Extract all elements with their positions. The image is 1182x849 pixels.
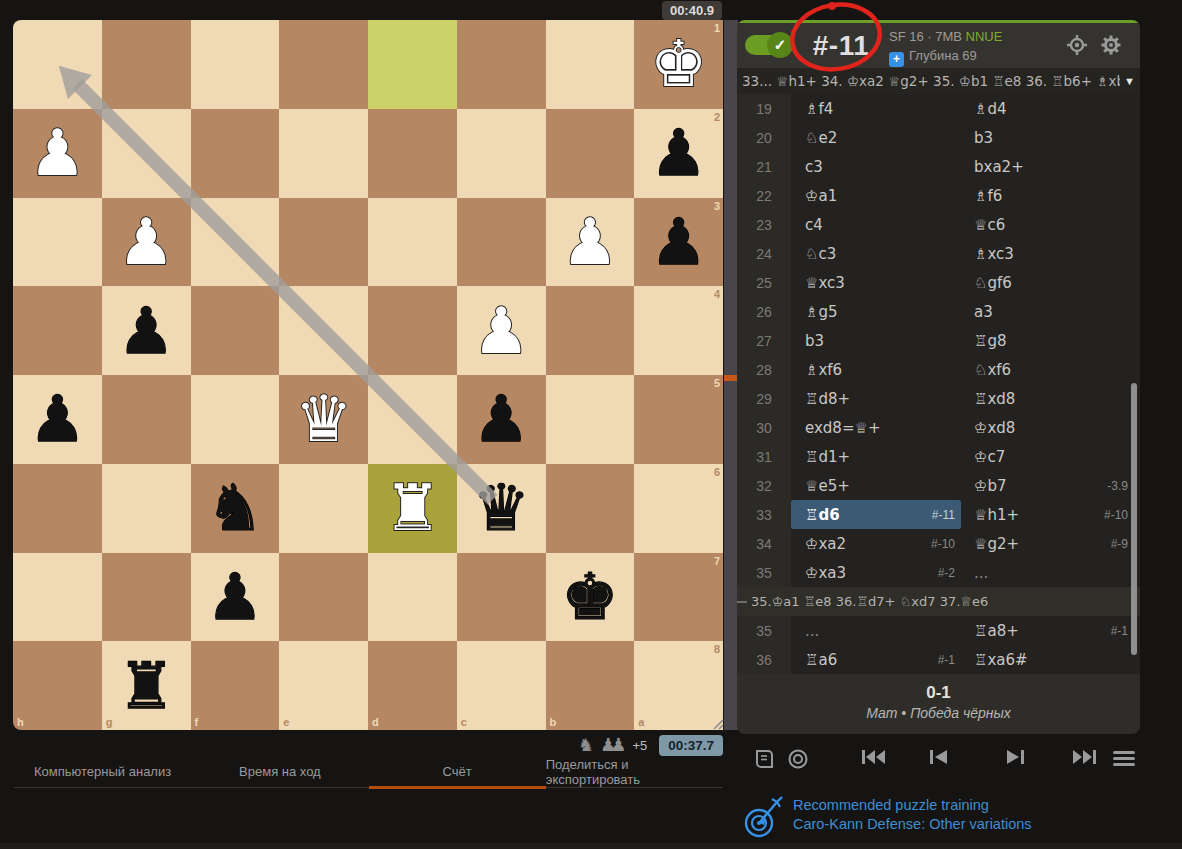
move-san: ♗xc3 [974,245,1014,263]
move-san: ♔xa3 [805,564,846,582]
square-d4[interactable] [368,286,457,375]
move-number: 26 [737,297,791,326]
black-pawn-a2: ♟ [650,109,707,197]
move-eval: #-10 [931,537,961,551]
move-san: ♕h1+ [974,506,1019,524]
square-e8[interactable]: e [279,641,368,730]
square-c2[interactable] [457,109,546,198]
white-king-a1: ♚ [650,20,707,108]
coord-rank-6: 6 [714,466,720,478]
white-rook-d6: ♜ [384,464,441,552]
clock-black: 00:37.7 [659,735,723,756]
move-row-23: 23c4♕c6 [737,210,1140,239]
move-number: 34 [737,529,791,558]
engine-nnue-label: NNUE [966,29,1003,44]
move-san: ♔xd8 [974,419,1015,437]
move-row-21: 21c3bxa2+ [737,152,1140,181]
move-cell-32-b[interactable]: ♔b7-3.9 [961,471,1140,500]
move-number: 30 [737,413,791,442]
tab-4[interactable]: Поделиться и экспортировать [546,757,723,789]
coord-file-h: h [17,716,24,728]
square-g6[interactable] [102,464,191,553]
engine-info: SF 16 · 7MB NNUE +Глубина 69 [889,27,1002,67]
move-san: ♖xd8 [974,390,1015,408]
move-cell-23-w[interactable]: c4 [791,210,961,239]
move-row-29: 29♖d8+♖xd8 [737,384,1140,413]
square-h1[interactable] [13,20,102,109]
square-a2[interactable]: 2♟ [634,109,723,198]
focus-icon[interactable] [1066,34,1088,56]
move-cell-24-b[interactable]: ♗xc3 [961,239,1140,268]
engine-box: ✓ #-11 SF 16 · 7MB NNUE +Глубина 69 [737,20,1140,94]
move-cell-23-b[interactable]: ♕c6 [961,210,1140,239]
coord-rank-1: 1 [714,22,720,34]
move-row-33: 33♖d6#-11♕h1+#-10 [737,500,1140,529]
last-move-icon[interactable] [1071,748,1097,766]
principal-variation[interactable]: 33... ♕h1+ 34. ♔xa2 ♕g2+ 35. ♔b1 ♖e8 36.… [737,73,1120,89]
chess-board[interactable]: 1♚♟2♟♟♟3♟♟♟4♟♛♟5♞♜♛6♟♚7hg♜fedcba8 [13,20,723,730]
move-cell-28-w[interactable]: ♗xf6 [791,355,961,384]
square-f6[interactable]: ♞ [191,464,280,553]
tab-2[interactable]: Время на ход [191,757,368,789]
move-cell-19-w[interactable]: ♗f4 [791,94,961,123]
white-pawn-b3: ♟ [561,198,618,286]
menu-icon[interactable] [1112,748,1136,768]
square-e2[interactable] [279,109,368,198]
move-list: 19♗f4♗d420♘e2b321c3bxa2+22♔a1♗f623c4♕c62… [737,94,1140,674]
move-cell-30-w[interactable]: exd8=♕+ [791,413,961,442]
variation-connector [737,601,747,603]
move-eval: #-2 [938,566,961,580]
move-cell-25-b[interactable]: ♘gf6 [961,268,1140,297]
move-san: ... [974,564,988,582]
result-box: 0-1 Мат • Победа чёрных [737,674,1140,734]
move-number: 27 [737,326,791,355]
move-eval: #-11 [932,508,961,522]
square-b6[interactable] [546,464,635,553]
move-cell-35-w[interactable]: ♔xa3#-2 [791,558,961,587]
coord-rank-5: 5 [714,377,720,389]
square-g4[interactable]: ♟ [102,286,191,375]
engine-toggle[interactable]: ✓ [745,35,789,55]
square-f8[interactable]: f [191,641,280,730]
square-d3[interactable] [368,198,457,287]
square-d5[interactable] [368,375,457,464]
square-b4[interactable] [546,286,635,375]
bottom-strip [0,843,1182,849]
move-row-32: 32♕e5+♔b7-3.9 [737,471,1140,500]
move-row-30: 30exd8=♕+♔xd8 [737,413,1140,442]
coord-file-g: g [106,716,113,728]
move-cell-35-b[interactable]: ♖a8+#-1 [961,616,1140,645]
previous-move-icon[interactable] [929,748,949,766]
move-row-24: 24♘c3♗xc3 [737,239,1140,268]
move-number: 32 [737,471,791,500]
square-a5[interactable]: 5 [634,375,723,464]
move-number: 31 [737,442,791,471]
puzzle-recommendation: Recommended puzzle training Caro-Kann De… [737,792,1140,848]
eval-gauge [724,20,738,730]
square-g2[interactable] [102,109,191,198]
coord-file-e: e [283,716,289,728]
move-san: ♕e5+ [805,477,850,495]
square-b8[interactable]: b [546,641,635,730]
square-h3[interactable] [13,198,102,287]
move-cell-26-w[interactable]: ♗g5 [791,297,961,326]
move-cell-22-b[interactable]: ♗f6 [961,181,1140,210]
move-san: ♔a1 [805,187,837,205]
move-row-25: 25♕xc3♘gf6 [737,268,1140,297]
square-f2[interactable] [191,109,280,198]
move-cell-33-b[interactable]: ♕h1+#-10 [961,500,1140,529]
move-san: ♖d8+ [805,390,850,408]
move-row-34: 34♔xa2#-10♕g2+#-9 [737,529,1140,558]
square-g8[interactable]: g♜ [102,641,191,730]
puzzle-opening-link[interactable]: Caro-Kann Defense: Other variations [793,815,1032,834]
material-and-clock-row: ♞ ♟♟ +5 00:37.7 [0,732,723,758]
move-row-20: 20♘e2b3 [737,123,1140,152]
square-h6[interactable] [13,464,102,553]
analysis-page: 1♚♟2♟♟♟3♟♟♟4♟♛♟5♞♜♛6♟♚7hg♜fedcba8 00:40.… [0,0,1182,849]
black-knight-f6: ♞ [206,464,263,552]
move-san: ♖d1+ [805,448,850,466]
move-san: ♖g8 [974,332,1007,350]
coord-rank-4: 4 [714,288,720,300]
collapse-pv-icon[interactable]: ▼ [1124,75,1135,87]
black-king-b7: ♚ [561,553,618,641]
square-e3[interactable] [279,198,368,287]
opening-book-icon[interactable] [753,748,777,770]
square-c4[interactable]: ♟ [457,286,546,375]
coord-file-b: b [550,716,557,728]
square-h7[interactable] [13,553,102,642]
move-san: ♗d4 [974,100,1007,118]
captured-knight-icon: ♞ [578,736,594,754]
move-row-22: 22♔a1♗f6 [737,181,1140,210]
move-san: ♘c3 [805,245,836,263]
move-number: 33 [737,500,791,529]
move-cell-32-w[interactable]: ♕e5+ [791,471,961,500]
coord-file-d: d [372,716,379,728]
square-f7[interactable]: ♟ [191,553,280,642]
square-h4[interactable] [13,286,102,375]
move-row-36: 36♖a6#-1♖xa6# [737,645,1140,674]
move-san: ♔b7 [974,477,1007,495]
move-number: 21 [737,152,791,181]
move-row-27: 27b3♖g8 [737,326,1140,355]
tab-3[interactable]: Счёт [369,757,546,789]
move-cell-35-w[interactable]: ... [791,616,961,645]
move-number: 29 [737,384,791,413]
black-pawn-c5: ♟ [472,375,529,463]
move-cell-35-b[interactable]: ... [961,558,1140,587]
move-number: 35 [737,558,791,587]
move-cell-34-w[interactable]: ♔xa2#-10 [791,529,961,558]
coord-file-a: a [638,716,644,728]
move-row-35: 35...♖a8+#-1 [737,616,1140,645]
move-san: b3 [974,129,993,147]
square-c8[interactable]: c [457,641,546,730]
variation-moves[interactable]: 35.♔a1 ♖e8 36.♖d7+ ♘xd7 37.♕e6 [751,594,988,609]
engine-depth: Глубина 69 [909,48,977,63]
move-san: ♕c6 [974,216,1005,234]
square-b7[interactable]: ♚ [546,553,635,642]
move-cell-24-w[interactable]: ♘c3 [791,239,961,268]
square-a7[interactable]: 7 [634,553,723,642]
clock-white: 00:40.9 [662,1,722,20]
explorer-target-icon[interactable] [787,748,809,770]
board-resize-handle[interactable] [711,717,724,730]
move-number: 22 [737,181,791,210]
move-cell-34-b[interactable]: ♕g2+#-9 [961,529,1140,558]
move-san: ♔xa2 [805,535,846,553]
black-pawn-h5: ♟ [29,375,86,463]
square-e1[interactable] [279,20,368,109]
square-h8[interactable]: h [13,641,102,730]
square-c5[interactable]: ♟ [457,375,546,464]
square-b3[interactable]: ♟ [546,198,635,287]
move-cell-31-b[interactable]: ♔c7 [961,442,1140,471]
black-pawn-g4: ♟ [117,287,174,375]
move-san: ♘e2 [805,129,837,147]
move-cell-31-w[interactable]: ♖d1+ [791,442,961,471]
move-number: 35 [737,616,791,645]
move-cell-36-b[interactable]: ♖xa6# [961,645,1140,674]
engine-name: SF 16 · 7MB [889,29,962,44]
move-cell-29-w[interactable]: ♖d8+ [791,384,961,413]
white-pawn-g3: ♟ [117,198,174,286]
square-h5[interactable]: ♟ [13,375,102,464]
square-f4[interactable] [191,286,280,375]
move-san: ♘gf6 [974,274,1012,292]
square-b2[interactable] [546,109,635,198]
square-c6[interactable]: ♛ [457,464,546,553]
square-a4[interactable]: 4 [634,286,723,375]
tab-1[interactable]: Компьютерный анализ [14,757,191,789]
move-cell-25-w[interactable]: ♕xc3 [791,268,961,297]
captured-pawns-icon: ♟♟ [600,736,626,754]
square-d7[interactable] [368,553,457,642]
square-c3[interactable] [457,198,546,287]
square-f1[interactable] [191,20,280,109]
move-number: 28 [737,355,791,384]
eval-gauge-midpoint-tick [724,375,738,381]
white-queen-e5: ♛ [295,375,352,463]
result-text: Мат • Победа чёрных [737,705,1140,721]
move-san: ♕xc3 [805,274,845,292]
square-g3[interactable]: ♟ [102,198,191,287]
square-e7[interactable] [279,553,368,642]
move-san: exd8=♕+ [805,419,881,437]
move-cell-27-w[interactable]: b3 [791,326,961,355]
move-san: c3 [805,158,823,176]
move-eval: #-1 [938,653,961,667]
move-san: ♖a6 [805,651,837,669]
square-a1[interactable]: 1♚ [634,20,723,109]
puzzle-training-link[interactable]: Recommended puzzle training [793,796,1032,815]
move-cell-27-b[interactable]: ♖g8 [961,326,1140,355]
move-san: b3 [805,332,824,350]
white-pawn-c4: ♟ [472,287,529,375]
move-cell-22-w[interactable]: ♔a1 [791,181,961,210]
move-san: ♗f4 [805,100,833,118]
move-san: ♗g5 [805,303,838,321]
move-san: ♖xa6# [974,651,1028,669]
square-a6[interactable]: 6 [634,464,723,553]
move-cell-28-b[interactable]: ♘xf6 [961,355,1140,384]
move-cell-21-w[interactable]: c3 [791,152,961,181]
move-san: ♔c7 [974,448,1005,466]
move-cell-33-w[interactable]: ♖d6#-11 [791,500,961,529]
coord-rank-3: 3 [714,200,720,212]
first-move-icon[interactable] [861,748,887,766]
move-cell-30-b[interactable]: ♔xd8 [961,413,1140,442]
principal-variation-bar[interactable]: 33... ♕h1+ 34. ♔xa2 ♕g2+ 35. ♔b1 ♖e8 36.… [737,68,1140,94]
puzzle-target-icon [741,794,785,842]
replay-controls [737,744,1140,778]
black-rook-g8: ♜ [117,642,174,730]
move-number: 19 [737,94,791,123]
move-san: a3 [974,303,993,321]
square-e6[interactable] [279,464,368,553]
square-g1[interactable] [102,20,191,109]
move-cell-19-b[interactable]: ♗d4 [961,94,1140,123]
move-san: ♗xf6 [805,361,842,379]
square-b5[interactable] [546,375,635,464]
next-move-icon[interactable] [1005,748,1025,766]
square-f5[interactable] [191,375,280,464]
move-list-scrollbar[interactable] [1131,383,1137,655]
square-d2[interactable] [368,109,457,198]
analysis-tabs: Компьютерный анализВремя на ходСчётПодел… [14,757,723,788]
square-b1[interactable] [546,20,635,109]
coord-rank-8: 8 [714,643,720,655]
move-san: ♗f6 [974,187,1002,205]
square-f3[interactable] [191,198,280,287]
move-san: ♖d6 [805,506,840,524]
move-number: 20 [737,123,791,152]
move-san: ♘xf6 [974,361,1011,379]
move-cell-20-b[interactable]: b3 [961,123,1140,152]
move-cell-29-b[interactable]: ♖xd8 [961,384,1140,413]
move-cell-26-b[interactable]: a3 [961,297,1140,326]
result-score: 0-1 [737,674,1140,703]
move-number: 25 [737,268,791,297]
engine-header: ✓ #-11 SF 16 · 7MB NNUE +Глубина 69 [737,23,1140,68]
black-pawn-a3: ♟ [650,198,707,286]
engine-toggle-check-icon: ✓ [767,32,793,58]
move-cell-20-w[interactable]: ♘e2 [791,123,961,152]
move-number: 23 [737,210,791,239]
move-san: bxa2+ [974,158,1024,176]
move-row-26: 26♗g5a3 [737,297,1140,326]
square-c7[interactable] [457,553,546,642]
move-san: c4 [805,216,823,234]
move-cell-36-w[interactable]: ♖a6#-1 [791,645,961,674]
gear-icon[interactable] [1100,34,1122,56]
coord-file-c: c [461,716,467,728]
black-pawn-f7: ♟ [206,553,263,641]
move-san: ... [805,622,819,640]
move-row-31: 31♖d1+♔c7 [737,442,1140,471]
square-e4[interactable] [279,286,368,375]
square-g7[interactable] [102,553,191,642]
black-queen-c6: ♛ [472,464,529,552]
move-number: 24 [737,239,791,268]
square-a3[interactable]: 3♟ [634,198,723,287]
move-san: ♖a8+ [974,622,1019,640]
square-a8[interactable]: a8 [634,641,723,730]
plus-icon[interactable]: + [889,52,904,67]
move-row-35: 35♔xa3#-2... [737,558,1140,587]
coord-file-f: f [195,716,199,728]
move-row-28: 28♗xf6♘xf6 [737,355,1140,384]
square-c1[interactable] [457,20,546,109]
coord-rank-7: 7 [714,555,720,567]
move-san: ♕g2+ [974,535,1019,553]
move-number: 36 [737,645,791,674]
white-pawn-h2: ♟ [29,109,86,197]
square-d6[interactable]: ♜ [368,464,457,553]
variation-row[interactable]: 35.♔a1 ♖e8 36.♖d7+ ♘xd7 37.♕e6 [737,587,1140,616]
engine-eval: #-11 [799,30,883,62]
move-cell-21-b[interactable]: bxa2+ [961,152,1140,181]
square-d1[interactable] [368,20,457,109]
square-e5[interactable]: ♛ [279,375,368,464]
move-row-19: 19♗f4♗d4 [737,94,1140,123]
square-g5[interactable] [102,375,191,464]
coord-rank-2: 2 [714,111,720,123]
square-h2[interactable]: ♟ [13,109,102,198]
material-score: +5 [632,738,647,753]
analysis-panel: ✓ #-11 SF 16 · 7MB NNUE +Глубина 69 [737,20,1140,848]
square-d8[interactable]: d [368,641,457,730]
